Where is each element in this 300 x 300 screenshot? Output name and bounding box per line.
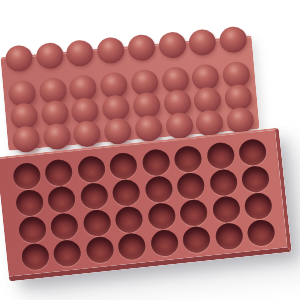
mold-cavity (150, 228, 180, 257)
mold-cavity (20, 242, 50, 271)
mold-cavity (209, 168, 239, 197)
mold-cavity (144, 175, 174, 204)
mold-dome (42, 122, 71, 150)
mold-cavity (176, 171, 206, 200)
mold-cavity (238, 137, 268, 166)
mold-cavity (109, 151, 139, 180)
mold-cavity (182, 225, 212, 254)
mold-cavity (79, 181, 109, 210)
mold-cavity (12, 161, 42, 190)
mold-cavity (50, 212, 80, 241)
mold-cavity (17, 215, 47, 244)
product-photo (0, 0, 300, 300)
mold-cavity (247, 218, 277, 247)
mold-dome (4, 44, 33, 72)
mold-dome (96, 36, 125, 64)
mold-dome (158, 31, 187, 59)
mold-dome (165, 112, 194, 140)
mold-cavity (114, 205, 144, 234)
mold-cavity (15, 188, 45, 217)
mold-cavity (76, 154, 106, 183)
mold-cavity (179, 198, 209, 227)
mold-cavity (44, 158, 74, 187)
mold-dome (134, 114, 163, 142)
mold-dome (127, 34, 156, 62)
mold-cavity (241, 164, 271, 193)
mold-dome (188, 28, 217, 56)
mold-cavity (112, 178, 142, 207)
mold-dome (219, 26, 248, 54)
mold-dome (11, 125, 40, 153)
mold-tray-cavities (0, 127, 292, 281)
mold-dome (66, 39, 95, 67)
mold-cavity (244, 191, 274, 220)
mold-cavity (82, 208, 112, 237)
mold-cavity (47, 185, 77, 214)
mold-cavity (117, 232, 147, 261)
mold-cavity (173, 144, 203, 173)
cavity-grid (9, 137, 279, 272)
mold-cavity (206, 141, 236, 170)
mold-cavity (53, 238, 83, 267)
mold-dome (73, 120, 102, 148)
mold-dome (103, 117, 132, 145)
mold-cavity (141, 148, 171, 177)
mold-cavity (147, 201, 177, 230)
mold-cavity (85, 235, 115, 264)
mold-cavity (211, 195, 241, 224)
mold-dome (35, 42, 64, 70)
mold-cavity (214, 221, 244, 250)
